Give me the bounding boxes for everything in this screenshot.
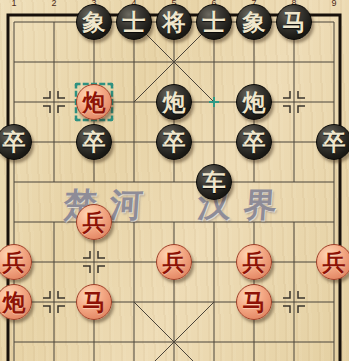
black-elephant[interactable]: 象	[76, 4, 112, 40]
cell-file2-rank9[interactable]	[34, 322, 74, 361]
cell-file8-rank9[interactable]	[274, 322, 314, 361]
red-cannon[interactable]: 炮	[0, 284, 32, 320]
cell-file1-rank4[interactable]: 卒	[0, 122, 34, 162]
cell-file4-rank7[interactable]	[114, 242, 154, 282]
cell-file4-rank8[interactable]	[114, 282, 154, 322]
red-cannon[interactable]: 炮	[76, 84, 112, 120]
cell-file4-rank5[interactable]	[114, 162, 154, 202]
cell-file3-rank9[interactable]	[74, 322, 114, 361]
cell-file6-rank3[interactable]	[194, 82, 234, 122]
cell-file1-rank3[interactable]	[0, 82, 34, 122]
black-chariot[interactable]: 车	[196, 164, 232, 200]
red-soldier[interactable]: 兵	[0, 244, 32, 280]
cell-file3-rank4[interactable]: 卒	[74, 122, 114, 162]
cell-file6-rank8[interactable]	[194, 282, 234, 322]
cell-file5-rank7[interactable]: 兵	[154, 242, 194, 282]
cell-file8-rank2[interactable]	[274, 42, 314, 82]
cell-file5-rank8[interactable]	[154, 282, 194, 322]
black-soldier[interactable]: 卒	[156, 124, 192, 160]
black-soldier[interactable]: 卒	[316, 124, 349, 160]
red-soldier[interactable]: 兵	[156, 244, 192, 280]
black-soldier[interactable]: 卒	[0, 124, 32, 160]
cell-file9-rank9[interactable]	[314, 322, 349, 361]
cell-file3-rank8[interactable]: 马	[74, 282, 114, 322]
red-horse[interactable]: 马	[236, 284, 272, 320]
board-intersections-grid: 象士将士象马炮炮炮卒卒卒卒卒车兵兵兵兵兵炮马马	[0, 2, 349, 361]
cell-file9-rank8[interactable]	[314, 282, 349, 322]
black-advisor[interactable]: 士	[196, 4, 232, 40]
cell-file5-rank9[interactable]	[154, 322, 194, 361]
cell-file4-rank9[interactable]	[114, 322, 154, 361]
cell-file1-rank1[interactable]	[0, 2, 34, 42]
cell-file6-rank5[interactable]: 车	[194, 162, 234, 202]
black-cannon[interactable]: 炮	[236, 84, 272, 120]
cell-file4-rank6[interactable]	[114, 202, 154, 242]
cell-file8-rank5[interactable]	[274, 162, 314, 202]
cell-file2-rank6[interactable]	[34, 202, 74, 242]
cell-file1-rank6[interactable]	[0, 202, 34, 242]
cell-file1-rank2[interactable]	[0, 42, 34, 82]
cell-file5-rank2[interactable]	[154, 42, 194, 82]
cell-file6-rank7[interactable]	[194, 242, 234, 282]
cell-file4-rank3[interactable]	[114, 82, 154, 122]
cell-file9-rank5[interactable]	[314, 162, 349, 202]
cell-file6-rank1[interactable]: 士	[194, 2, 234, 42]
black-elephant[interactable]: 象	[236, 4, 272, 40]
cell-file8-rank6[interactable]	[274, 202, 314, 242]
cell-file5-rank6[interactable]	[154, 202, 194, 242]
cell-file9-rank1[interactable]	[314, 2, 349, 42]
cell-file9-rank2[interactable]	[314, 42, 349, 82]
cell-file5-rank5[interactable]	[154, 162, 194, 202]
red-soldier[interactable]: 兵	[316, 244, 349, 280]
xiangqi-board: 123456789 楚河 汉界 象士将士象马炮炮炮卒卒卒卒卒车兵兵兵兵兵炮马马	[0, 0, 349, 361]
cell-file1-rank5[interactable]	[0, 162, 34, 202]
red-horse[interactable]: 马	[76, 284, 112, 320]
cell-file2-rank8[interactable]	[34, 282, 74, 322]
cell-file3-rank6[interactable]: 兵	[74, 202, 114, 242]
cell-file6-rank4[interactable]	[194, 122, 234, 162]
cell-file2-rank5[interactable]	[34, 162, 74, 202]
cell-file9-rank7[interactable]: 兵	[314, 242, 349, 282]
cell-file3-rank2[interactable]	[74, 42, 114, 82]
cell-file2-rank7[interactable]	[34, 242, 74, 282]
cell-file6-rank2[interactable]	[194, 42, 234, 82]
red-soldier[interactable]: 兵	[236, 244, 272, 280]
cell-file8-rank4[interactable]	[274, 122, 314, 162]
cell-file2-rank3[interactable]	[34, 82, 74, 122]
cell-file3-rank5[interactable]	[74, 162, 114, 202]
cell-file1-rank8[interactable]: 炮	[0, 282, 34, 322]
cell-file4-rank4[interactable]	[114, 122, 154, 162]
cell-file7-rank5[interactable]	[234, 162, 274, 202]
black-advisor[interactable]: 士	[116, 4, 152, 40]
cell-file8-rank1[interactable]: 马	[274, 2, 314, 42]
cell-file9-rank3[interactable]	[314, 82, 349, 122]
cell-file1-rank9[interactable]	[0, 322, 34, 361]
cell-file2-rank4[interactable]	[34, 122, 74, 162]
last-move-origin-marker	[209, 97, 219, 107]
cell-file4-rank2[interactable]	[114, 42, 154, 82]
cell-file6-rank6[interactable]	[194, 202, 234, 242]
black-horse[interactable]: 马	[276, 4, 312, 40]
cell-file7-rank3[interactable]: 炮	[234, 82, 274, 122]
cell-file2-rank2[interactable]	[34, 42, 74, 82]
red-soldier[interactable]: 兵	[76, 204, 112, 240]
cell-file3-rank1[interactable]: 象	[74, 2, 114, 42]
cell-file9-rank6[interactable]	[314, 202, 349, 242]
cell-file4-rank1[interactable]: 士	[114, 2, 154, 42]
cell-file8-rank8[interactable]	[274, 282, 314, 322]
black-soldier[interactable]: 卒	[76, 124, 112, 160]
cell-file5-rank4[interactable]: 卒	[154, 122, 194, 162]
cell-file7-rank1[interactable]: 象	[234, 2, 274, 42]
cell-file9-rank4[interactable]: 卒	[314, 122, 349, 162]
black-cannon[interactable]: 炮	[156, 84, 192, 120]
cell-file7-rank6[interactable]	[234, 202, 274, 242]
cell-file1-rank7[interactable]: 兵	[0, 242, 34, 282]
cell-file7-rank4[interactable]: 卒	[234, 122, 274, 162]
cell-file2-rank1[interactable]	[34, 2, 74, 42]
cell-file7-rank2[interactable]	[234, 42, 274, 82]
cell-file3-rank3[interactable]: 炮	[74, 82, 114, 122]
black-general[interactable]: 将	[156, 4, 192, 40]
cell-file5-rank1[interactable]: 将	[154, 2, 194, 42]
cell-file3-rank7[interactable]	[74, 242, 114, 282]
cell-file8-rank7[interactable]	[274, 242, 314, 282]
cell-file6-rank9[interactable]	[194, 322, 234, 361]
cell-file7-rank7[interactable]: 兵	[234, 242, 274, 282]
cell-file7-rank8[interactable]: 马	[234, 282, 274, 322]
black-soldier[interactable]: 卒	[236, 124, 272, 160]
cell-file7-rank9[interactable]	[234, 322, 274, 361]
cell-file8-rank3[interactable]	[274, 82, 314, 122]
cell-file5-rank3[interactable]: 炮	[154, 82, 194, 122]
